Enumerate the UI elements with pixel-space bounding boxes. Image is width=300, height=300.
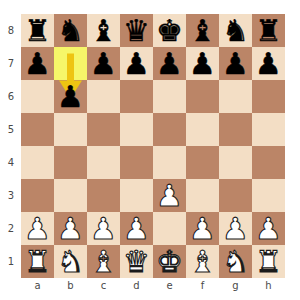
square-h5[interactable] xyxy=(252,113,285,146)
square-f5[interactable] xyxy=(186,113,219,146)
piece-black-knight-b8[interactable]: ♞ xyxy=(57,14,84,47)
square-g8[interactable]: ♞ xyxy=(219,14,252,47)
piece-black-queen-d8[interactable]: ♛ xyxy=(123,14,150,47)
square-b4[interactable] xyxy=(54,146,87,179)
piece-black-bishop-f8[interactable]: ♝ xyxy=(189,14,216,47)
rank-label-6: 6 xyxy=(0,80,18,113)
square-f2[interactable]: ♟ xyxy=(186,212,219,245)
file-label-c: c xyxy=(87,280,120,298)
square-e6[interactable] xyxy=(153,80,186,113)
file-label-a: a xyxy=(21,280,54,298)
square-c2[interactable]: ♟ xyxy=(87,212,120,245)
piece-black-pawn-b6[interactable]: ♟ xyxy=(57,80,84,113)
square-h3[interactable] xyxy=(252,179,285,212)
rank-label-4: 4 xyxy=(0,146,18,179)
file-labels: abcdefgh xyxy=(21,280,285,298)
square-c4[interactable] xyxy=(87,146,120,179)
square-e3[interactable]: ♟ xyxy=(153,179,186,212)
square-a2[interactable]: ♟ xyxy=(21,212,54,245)
square-b8[interactable]: ♞ xyxy=(54,14,87,47)
piece-black-pawn-d7[interactable]: ♟ xyxy=(123,47,150,80)
square-a8[interactable]: ♜ xyxy=(21,14,54,47)
square-b6[interactable]: ♟ xyxy=(54,80,87,113)
file-label-g: g xyxy=(219,280,252,298)
square-h4[interactable] xyxy=(252,146,285,179)
chess-app: 87654321 ♜♞♝♛♚♝♞♜♟♟♟♟♟♟♟♟♟♟♟♟♟♟♟♟♜♞♝♛♚♝♞… xyxy=(0,0,300,300)
piece-black-pawn-a7[interactable]: ♟ xyxy=(24,47,51,80)
square-h8[interactable]: ♜ xyxy=(252,14,285,47)
piece-black-bishop-c8[interactable]: ♝ xyxy=(90,14,117,47)
square-g5[interactable] xyxy=(219,113,252,146)
piece-white-knight-g1[interactable]: ♞ xyxy=(222,245,249,278)
piece-white-queen-d1[interactable]: ♛ xyxy=(123,245,150,278)
piece-white-king-e1[interactable]: ♚ xyxy=(156,245,183,278)
square-h6[interactable] xyxy=(252,80,285,113)
square-d7[interactable]: ♟ xyxy=(120,47,153,80)
rank-label-3: 3 xyxy=(0,179,18,212)
file-label-f: f xyxy=(186,280,219,298)
piece-white-pawn-a2[interactable]: ♟ xyxy=(24,212,51,245)
square-e5[interactable] xyxy=(153,113,186,146)
piece-black-rook-h8[interactable]: ♜ xyxy=(255,14,282,47)
square-e2[interactable] xyxy=(153,212,186,245)
square-c3[interactable] xyxy=(87,179,120,212)
piece-black-pawn-g7[interactable]: ♟ xyxy=(222,47,249,80)
square-d1[interactable]: ♛ xyxy=(120,245,153,278)
square-e8[interactable]: ♚ xyxy=(153,14,186,47)
square-c1[interactable]: ♝ xyxy=(87,245,120,278)
square-a3[interactable] xyxy=(21,179,54,212)
piece-white-rook-a1[interactable]: ♜ xyxy=(24,245,51,278)
square-d8[interactable]: ♛ xyxy=(120,14,153,47)
square-a5[interactable] xyxy=(21,113,54,146)
rank-labels: 87654321 xyxy=(0,14,18,278)
file-label-b: b xyxy=(54,280,87,298)
square-g7[interactable]: ♟ xyxy=(219,47,252,80)
square-g4[interactable] xyxy=(219,146,252,179)
square-f6[interactable] xyxy=(186,80,219,113)
piece-white-pawn-c2[interactable]: ♟ xyxy=(90,212,117,245)
square-a4[interactable] xyxy=(21,146,54,179)
square-g3[interactable] xyxy=(219,179,252,212)
square-f7[interactable]: ♟ xyxy=(186,47,219,80)
square-b1[interactable]: ♞ xyxy=(54,245,87,278)
piece-black-pawn-e7[interactable]: ♟ xyxy=(156,47,183,80)
square-d3[interactable] xyxy=(120,179,153,212)
square-d6[interactable] xyxy=(120,80,153,113)
piece-white-bishop-c1[interactable]: ♝ xyxy=(90,245,117,278)
piece-black-knight-g8[interactable]: ♞ xyxy=(222,14,249,47)
square-f1[interactable]: ♝ xyxy=(186,245,219,278)
square-d2[interactable]: ♟ xyxy=(120,212,153,245)
piece-white-pawn-e3[interactable]: ♟ xyxy=(156,179,183,212)
square-a6[interactable] xyxy=(21,80,54,113)
piece-white-rook-h1[interactable]: ♜ xyxy=(255,245,282,278)
rank-label-7: 7 xyxy=(0,47,18,80)
square-b2[interactable]: ♟ xyxy=(54,212,87,245)
square-b5[interactable] xyxy=(54,113,87,146)
rank-label-8: 8 xyxy=(0,14,18,47)
square-c7[interactable]: ♟ xyxy=(87,47,120,80)
square-h1[interactable]: ♜ xyxy=(252,245,285,278)
piece-white-knight-b1[interactable]: ♞ xyxy=(57,245,84,278)
square-f8[interactable]: ♝ xyxy=(186,14,219,47)
square-g1[interactable]: ♞ xyxy=(219,245,252,278)
piece-white-pawn-b2[interactable]: ♟ xyxy=(57,212,84,245)
piece-white-bishop-f1[interactable]: ♝ xyxy=(189,245,216,278)
piece-black-pawn-c7[interactable]: ♟ xyxy=(90,47,117,80)
square-e7[interactable]: ♟ xyxy=(153,47,186,80)
square-a7[interactable]: ♟ xyxy=(21,47,54,80)
chess-board: ♜♞♝♛♚♝♞♜♟♟♟♟♟♟♟♟♟♟♟♟♟♟♟♟♜♞♝♛♚♝♞♜ xyxy=(21,14,285,278)
square-e4[interactable] xyxy=(153,146,186,179)
piece-white-pawn-h2[interactable]: ♟ xyxy=(255,212,282,245)
piece-black-pawn-f7[interactable]: ♟ xyxy=(189,47,216,80)
square-a1[interactable]: ♜ xyxy=(21,245,54,278)
rank-label-2: 2 xyxy=(0,212,18,245)
square-h7[interactable]: ♟ xyxy=(252,47,285,80)
square-d4[interactable] xyxy=(120,146,153,179)
piece-black-rook-a8[interactable]: ♜ xyxy=(24,14,51,47)
square-e1[interactable]: ♚ xyxy=(153,245,186,278)
square-c5[interactable] xyxy=(87,113,120,146)
rank-label-5: 5 xyxy=(0,113,18,146)
square-g6[interactable] xyxy=(219,80,252,113)
file-label-d: d xyxy=(120,280,153,298)
square-d5[interactable] xyxy=(120,113,153,146)
square-h2[interactable]: ♟ xyxy=(252,212,285,245)
piece-white-pawn-g2[interactable]: ♟ xyxy=(222,212,249,245)
file-label-h: h xyxy=(252,280,285,298)
piece-white-pawn-f2[interactable]: ♟ xyxy=(189,212,216,245)
square-f3[interactable] xyxy=(186,179,219,212)
square-g2[interactable]: ♟ xyxy=(219,212,252,245)
file-label-e: e xyxy=(153,280,186,298)
square-c6[interactable] xyxy=(87,80,120,113)
square-c8[interactable]: ♝ xyxy=(87,14,120,47)
square-f4[interactable] xyxy=(186,146,219,179)
square-b7[interactable] xyxy=(54,47,87,80)
piece-white-pawn-d2[interactable]: ♟ xyxy=(123,212,150,245)
square-b3[interactable] xyxy=(54,179,87,212)
rank-label-1: 1 xyxy=(0,245,18,278)
piece-black-pawn-h7[interactable]: ♟ xyxy=(255,47,282,80)
piece-black-king-e8[interactable]: ♚ xyxy=(156,14,183,47)
